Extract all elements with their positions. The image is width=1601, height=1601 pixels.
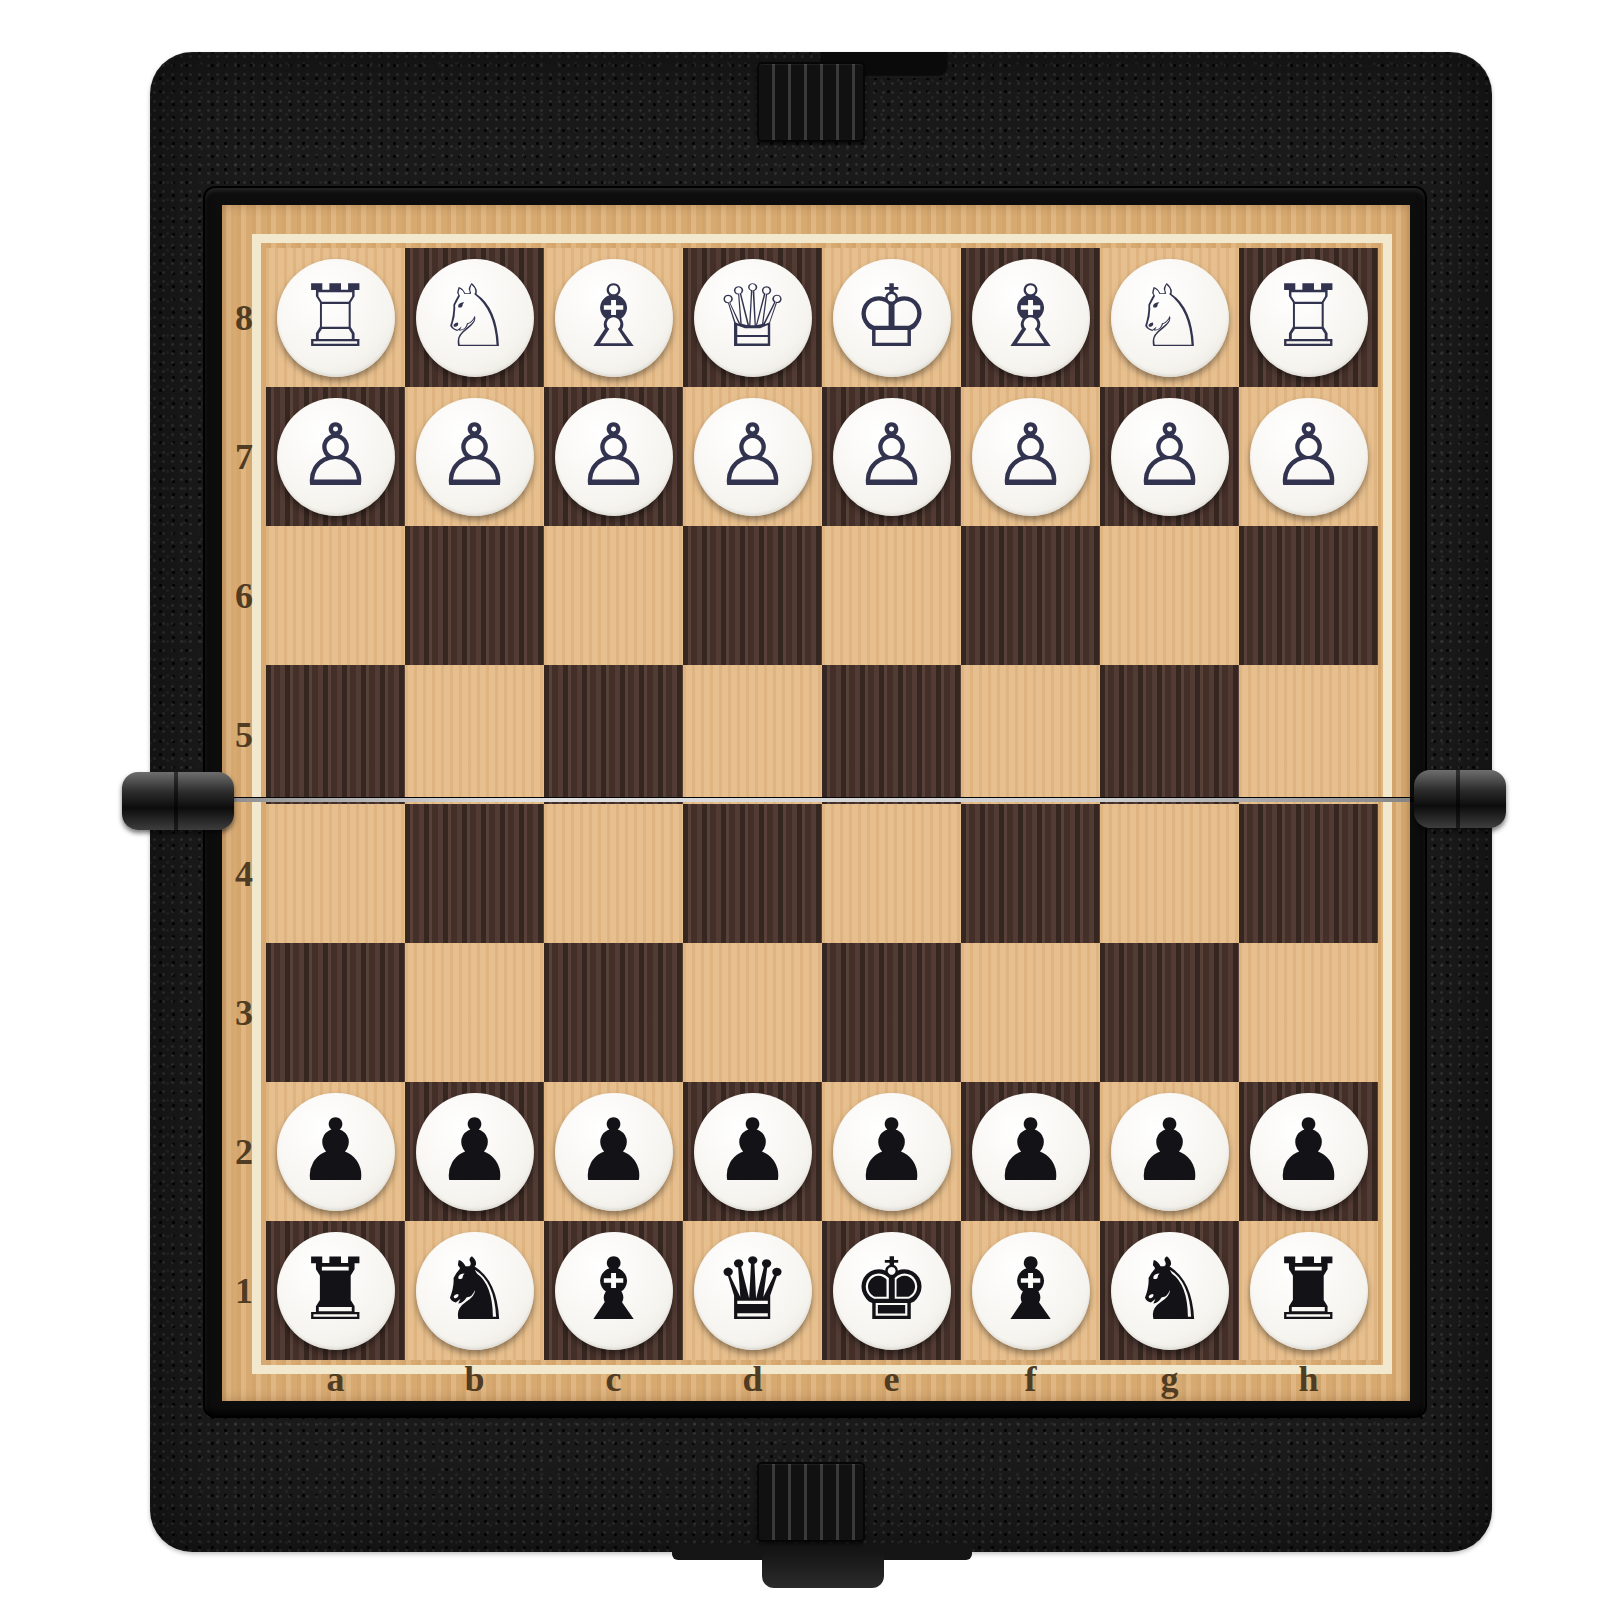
piece-white-pawn[interactable]: ♙	[833, 398, 951, 516]
board-grid: ♖♘♗♕♔♗♘♖♙♙♙♙♙♙♙♙♟♟♟♟♟♟♟♟♜♞♝♛♚♝♞♜	[266, 248, 1378, 1360]
white-queen-icon: ♕	[714, 273, 791, 359]
piece-black-bishop[interactable]: ♝	[555, 1232, 673, 1350]
square-e6[interactable]	[822, 526, 961, 665]
square-a3[interactable]	[266, 943, 405, 1082]
piece-black-pawn[interactable]: ♟	[555, 1093, 673, 1211]
file-label-f: f	[961, 1358, 1100, 1400]
square-g4[interactable]	[1100, 804, 1239, 943]
square-c2[interactable]: ♟	[544, 1082, 683, 1221]
square-b8[interactable]: ♘	[405, 248, 544, 387]
square-h2[interactable]: ♟	[1239, 1082, 1378, 1221]
white-pawn-icon: ♙	[436, 412, 513, 498]
piece-black-king[interactable]: ♚	[833, 1232, 951, 1350]
square-e8[interactable]: ♔	[822, 248, 961, 387]
black-pawn-icon: ♟	[992, 1107, 1069, 1193]
square-a2[interactable]: ♟	[266, 1082, 405, 1221]
black-knight-icon: ♞	[1131, 1246, 1208, 1332]
rank-label-8: 8	[222, 248, 266, 387]
piece-white-rook[interactable]: ♖	[277, 259, 395, 377]
black-knight-icon: ♞	[436, 1246, 513, 1332]
piece-white-pawn[interactable]: ♙	[555, 398, 673, 516]
square-d3[interactable]	[683, 943, 822, 1082]
square-g5[interactable]	[1100, 665, 1239, 804]
piece-white-bishop[interactable]: ♗	[555, 259, 673, 377]
square-f1[interactable]: ♝	[961, 1221, 1100, 1360]
latch-clasp-bottom[interactable]	[757, 1462, 865, 1542]
pocket-chess-set: 87654321 ♖♘♗♕♔♗♘♖♙♙♙♙♙♙♙♙♟♟♟♟♟♟♟♟♜♞♝♛♚♝♞…	[0, 0, 1601, 1601]
square-b7[interactable]: ♙	[405, 387, 544, 526]
rank-label-7: 7	[222, 387, 266, 526]
file-label-b: b	[405, 1358, 544, 1400]
square-g7[interactable]: ♙	[1100, 387, 1239, 526]
square-g6[interactable]	[1100, 526, 1239, 665]
rank-label-2: 2	[222, 1082, 266, 1221]
square-b3[interactable]	[405, 943, 544, 1082]
file-label-a: a	[266, 1358, 405, 1400]
square-e1[interactable]: ♚	[822, 1221, 961, 1360]
square-f2[interactable]: ♟	[961, 1082, 1100, 1221]
square-f4[interactable]	[961, 804, 1100, 943]
piece-black-pawn[interactable]: ♟	[277, 1093, 395, 1211]
square-e2[interactable]: ♟	[822, 1082, 961, 1221]
square-h8[interactable]: ♖	[1239, 248, 1378, 387]
piece-black-knight[interactable]: ♞	[1111, 1232, 1229, 1350]
square-g2[interactable]: ♟	[1100, 1082, 1239, 1221]
rank-label-1: 1	[222, 1221, 266, 1360]
white-knight-icon: ♘	[436, 273, 513, 359]
square-d2[interactable]: ♟	[683, 1082, 822, 1221]
square-b1[interactable]: ♞	[405, 1221, 544, 1360]
square-g8[interactable]: ♘	[1100, 248, 1239, 387]
square-c1[interactable]: ♝	[544, 1221, 683, 1360]
piece-black-pawn[interactable]: ♟	[416, 1093, 534, 1211]
black-pawn-icon: ♟	[575, 1107, 652, 1193]
white-king-icon: ♔	[853, 273, 930, 359]
square-h4[interactable]	[1239, 804, 1378, 943]
square-e3[interactable]	[822, 943, 961, 1082]
square-f8[interactable]: ♗	[961, 248, 1100, 387]
piece-white-pawn[interactable]: ♙	[416, 398, 534, 516]
file-label-e: e	[822, 1358, 961, 1400]
square-b6[interactable]	[405, 526, 544, 665]
piece-white-pawn[interactable]: ♙	[1250, 398, 1368, 516]
black-pawn-icon: ♟	[1270, 1107, 1347, 1193]
piece-white-knight[interactable]: ♘	[416, 259, 534, 377]
square-a6[interactable]	[266, 526, 405, 665]
hinge-left	[122, 772, 234, 830]
square-h6[interactable]	[1239, 526, 1378, 665]
piece-black-knight[interactable]: ♞	[416, 1232, 534, 1350]
square-a5[interactable]	[266, 665, 405, 804]
black-pawn-icon: ♟	[853, 1107, 930, 1193]
black-king-icon: ♚	[853, 1246, 930, 1332]
square-a7[interactable]: ♙	[266, 387, 405, 526]
latch-clasp-top[interactable]	[757, 62, 865, 142]
square-c5[interactable]	[544, 665, 683, 804]
square-f5[interactable]	[961, 665, 1100, 804]
black-pawn-icon: ♟	[297, 1107, 374, 1193]
piece-black-pawn[interactable]: ♟	[833, 1093, 951, 1211]
rank-label-3: 3	[222, 943, 266, 1082]
square-h5[interactable]	[1239, 665, 1378, 804]
square-h3[interactable]	[1239, 943, 1378, 1082]
rank-label-6: 6	[222, 526, 266, 665]
white-knight-icon: ♘	[1131, 273, 1208, 359]
white-rook-icon: ♖	[297, 273, 374, 359]
square-a4[interactable]	[266, 804, 405, 943]
square-f3[interactable]	[961, 943, 1100, 1082]
file-label-c: c	[544, 1358, 683, 1400]
square-a8[interactable]: ♖	[266, 248, 405, 387]
piece-white-pawn[interactable]: ♙	[1111, 398, 1229, 516]
white-pawn-icon: ♙	[1131, 412, 1208, 498]
piece-black-bishop[interactable]: ♝	[972, 1232, 1090, 1350]
piece-white-rook[interactable]: ♖	[1250, 259, 1368, 377]
piece-white-pawn[interactable]: ♙	[277, 398, 395, 516]
piece-white-king[interactable]: ♔	[833, 259, 951, 377]
black-pawn-icon: ♟	[436, 1107, 513, 1193]
piece-black-queen[interactable]: ♛	[694, 1232, 812, 1350]
square-c6[interactable]	[544, 526, 683, 665]
black-pawn-icon: ♟	[1131, 1107, 1208, 1193]
square-e7[interactable]: ♙	[822, 387, 961, 526]
black-rook-icon: ♜	[1270, 1246, 1347, 1332]
square-a1[interactable]: ♜	[266, 1221, 405, 1360]
square-g1[interactable]: ♞	[1100, 1221, 1239, 1360]
square-d1[interactable]: ♛	[683, 1221, 822, 1360]
black-bishop-icon: ♝	[575, 1246, 652, 1332]
square-b5[interactable]	[405, 665, 544, 804]
square-e5[interactable]	[822, 665, 961, 804]
white-pawn-icon: ♙	[992, 412, 1069, 498]
black-queen-icon: ♛	[714, 1246, 791, 1332]
piece-black-rook[interactable]: ♜	[277, 1232, 395, 1350]
piece-white-pawn[interactable]: ♙	[694, 398, 812, 516]
square-f6[interactable]	[961, 526, 1100, 665]
piece-white-bishop[interactable]: ♗	[972, 259, 1090, 377]
hinge-right	[1414, 770, 1506, 828]
square-h1[interactable]: ♜	[1239, 1221, 1378, 1360]
file-label-g: g	[1100, 1358, 1239, 1400]
square-b4[interactable]	[405, 804, 544, 943]
piece-black-pawn[interactable]: ♟	[1111, 1093, 1229, 1211]
fold-seam-board	[222, 798, 1410, 802]
piece-black-pawn[interactable]: ♟	[972, 1093, 1090, 1211]
square-f7[interactable]: ♙	[961, 387, 1100, 526]
piece-white-queen[interactable]: ♕	[694, 259, 812, 377]
square-g3[interactable]	[1100, 943, 1239, 1082]
square-c4[interactable]	[544, 804, 683, 943]
piece-white-knight[interactable]: ♘	[1111, 259, 1229, 377]
square-c7[interactable]: ♙	[544, 387, 683, 526]
file-labels: abcdefgh	[266, 1358, 1378, 1396]
file-label-d: d	[683, 1358, 822, 1400]
square-d8[interactable]: ♕	[683, 248, 822, 387]
square-h7[interactable]: ♙	[1239, 387, 1378, 526]
piece-black-rook[interactable]: ♜	[1250, 1232, 1368, 1350]
white-pawn-icon: ♙	[1270, 412, 1347, 498]
square-b2[interactable]: ♟	[405, 1082, 544, 1221]
black-pawn-icon: ♟	[714, 1107, 791, 1193]
piece-black-pawn[interactable]: ♟	[1250, 1093, 1368, 1211]
piece-white-pawn[interactable]: ♙	[972, 398, 1090, 516]
white-rook-icon: ♖	[1270, 273, 1347, 359]
latch-tab-bottom[interactable]	[762, 1550, 884, 1588]
square-d4[interactable]	[683, 804, 822, 943]
square-d7[interactable]: ♙	[683, 387, 822, 526]
white-pawn-icon: ♙	[297, 412, 374, 498]
file-label-h: h	[1239, 1358, 1378, 1400]
black-bishop-icon: ♝	[992, 1246, 1069, 1332]
white-pawn-icon: ♙	[575, 412, 652, 498]
square-e4[interactable]	[822, 804, 961, 943]
white-pawn-icon: ♙	[853, 412, 930, 498]
piece-black-pawn[interactable]: ♟	[694, 1093, 812, 1211]
white-bishop-icon: ♗	[992, 273, 1069, 359]
white-bishop-icon: ♗	[575, 273, 652, 359]
square-d5[interactable]	[683, 665, 822, 804]
square-c8[interactable]: ♗	[544, 248, 683, 387]
square-d6[interactable]	[683, 526, 822, 665]
black-rook-icon: ♜	[297, 1246, 374, 1332]
white-pawn-icon: ♙	[714, 412, 791, 498]
square-c3[interactable]	[544, 943, 683, 1082]
